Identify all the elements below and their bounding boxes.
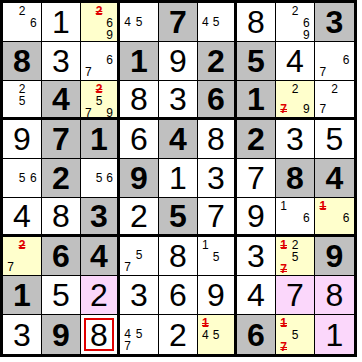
cell-value: 3 [13, 319, 31, 351]
candidate-empty [301, 239, 312, 251]
candidate-empty [329, 95, 341, 103]
cell-r6c7[interactable]: 9 [237, 198, 276, 237]
cell-r4c7[interactable]: 2 [237, 120, 276, 159]
candidate-empty [221, 251, 232, 263]
candidate-empty [211, 28, 222, 39]
candidate-empty [317, 83, 329, 95]
cell-r4c8[interactable]: 3 [276, 120, 315, 159]
cell-value: 8 [326, 279, 344, 311]
cell-r2c6[interactable]: 2 [198, 42, 237, 81]
cell-r9c1[interactable]: 3 [3, 315, 42, 354]
cell-value: 4 [13, 200, 31, 232]
candidate-empty [122, 239, 133, 249]
candidate-grid: 457 [120, 315, 158, 354]
candidate-empty [145, 328, 156, 340]
candidate-empty [28, 251, 39, 261]
cell-r9c3[interactable]: 8 [81, 315, 120, 354]
cell-r7c3[interactable]: 4 [81, 237, 120, 276]
cell-r8c4[interactable]: 3 [120, 276, 159, 315]
candidate-empty [28, 95, 39, 107]
candidate-empty [340, 83, 352, 95]
candidate-6: 6 [340, 212, 352, 224]
cell-r2c4[interactable]: 1 [120, 42, 159, 81]
candidate-empty [133, 340, 144, 352]
cell-r5c1[interactable]: 56 [3, 159, 42, 198]
cell-value: 2 [90, 279, 108, 311]
cell-value: 5 [52, 279, 70, 311]
cell-r2c7[interactable]: 5 [237, 42, 276, 81]
candidate-6: 6 [28, 17, 39, 29]
cell-r5c2[interactable]: 2 [42, 159, 81, 198]
candidate-empty [278, 224, 289, 232]
candidate-grid: 2579 [81, 81, 117, 117]
candidate-7: 7 [122, 261, 133, 273]
cell-value: 6 [130, 123, 148, 155]
cell-value: 8 [52, 200, 70, 232]
cell-r4c2[interactable]: 7 [42, 120, 81, 159]
candidate-grid: 25 [3, 81, 41, 117]
candidate-empty [301, 83, 312, 95]
cell-value: 6 [52, 240, 70, 272]
cell-value: 6 [169, 279, 187, 311]
cell-value: 4 [52, 83, 70, 115]
cell-value: 3 [247, 240, 265, 272]
cell-r5c9[interactable]: 4 [315, 159, 354, 198]
cell-value: 6 [247, 319, 265, 351]
cell-r7c7[interactable]: 3 [237, 237, 276, 276]
cell-value: 2 [130, 200, 148, 232]
cell-r9c6[interactable]: 145 [198, 315, 237, 354]
cell-r2c8[interactable]: 4 [276, 42, 315, 81]
cell-r5c5[interactable]: 1 [159, 159, 198, 198]
candidate-empty [301, 341, 312, 353]
cell-r7c2[interactable]: 6 [42, 237, 81, 276]
cell-r6c1[interactable]: 4 [3, 198, 42, 237]
candidate-grid: 67 [315, 42, 354, 80]
candidate-grid: 57 [120, 237, 158, 275]
candidate-7: 7 [317, 66, 329, 78]
candidate-5: 5 [133, 328, 144, 340]
cell-value: 3 [326, 6, 344, 38]
candidate-empty [94, 54, 105, 66]
candidate-grid: 27 [315, 81, 354, 117]
candidate-4: 4 [200, 16, 211, 28]
cell-value: 9 [326, 240, 344, 272]
cell-value: 8 [90, 319, 108, 351]
candidate-empty [340, 224, 352, 232]
eliminated-candidate-1: 1 [317, 200, 329, 212]
candidate-grid: 15 [198, 237, 234, 275]
candidate-empty [289, 341, 300, 353]
cell-r1c6[interactable]: 45 [198, 3, 237, 42]
cell-value: 4 [169, 123, 187, 155]
candidate-6: 6 [340, 54, 352, 66]
cell-value: 2 [52, 162, 70, 194]
candidate-2: 2 [329, 83, 341, 95]
cell-value: 3 [286, 123, 304, 155]
candidate-empty [104, 83, 115, 95]
candidate-empty [221, 28, 232, 39]
cell-value: 8 [207, 123, 225, 155]
cell-value: 3 [90, 200, 108, 232]
candidate-empty [16, 107, 27, 115]
cell-value: 6 [207, 83, 225, 115]
candidate-empty [104, 184, 115, 195]
candidate-empty [278, 212, 289, 224]
cell-r1c4[interactable]: 45 [120, 3, 159, 42]
cell-r7c8[interactable]: 1257 [276, 237, 315, 276]
eliminated-candidate-1: 1 [278, 317, 289, 329]
candidate-empty [200, 341, 211, 352]
cell-value: 8 [13, 45, 31, 77]
cell-value: 1 [90, 123, 108, 155]
eliminated-candidate-7: 7 [278, 341, 289, 353]
cell-r9c4[interactable]: 457 [120, 315, 159, 354]
cell-r1c5[interactable]: 7 [159, 3, 198, 42]
cell-r3c6[interactable]: 6 [198, 81, 237, 120]
candidate-empty [289, 17, 300, 29]
cell-r4c1[interactable]: 9 [3, 120, 42, 159]
cell-r8c3[interactable]: 2 [81, 276, 120, 315]
candidate-empty [83, 29, 94, 41]
candidate-4: 4 [200, 329, 211, 341]
candidate-2: 2 [289, 83, 300, 95]
candidate-4: 4 [122, 16, 133, 28]
cell-r6c9[interactable]: 16 [315, 198, 354, 237]
cell-value: 7 [286, 279, 304, 311]
candidate-empty [5, 239, 16, 251]
candidate-empty [200, 251, 211, 263]
cell-r6c2[interactable]: 8 [42, 198, 81, 237]
candidate-empty [83, 161, 94, 172]
candidate-5: 5 [94, 172, 105, 184]
cell-r4c4[interactable]: 6 [120, 120, 159, 159]
cell-r9c8[interactable]: 157 [276, 315, 315, 354]
candidate-7: 7 [5, 261, 16, 273]
cell-r6c3[interactable]: 3 [81, 198, 120, 237]
cell-r6c6[interactable]: 7 [198, 198, 237, 237]
candidate-grid: 145 [198, 315, 234, 354]
candidate-grid: 269 [81, 3, 117, 41]
candidate-empty [28, 83, 39, 95]
cell-r3c3[interactable]: 2579 [81, 81, 120, 120]
cell-value: 4 [247, 279, 265, 311]
candidate-empty [200, 28, 211, 39]
candidate-grid: 16 [315, 198, 354, 234]
candidate-grid: 1257 [276, 237, 314, 275]
cell-r7c6[interactable]: 15 [198, 237, 237, 276]
cell-value: 4 [286, 45, 304, 77]
cell-value: 1 [130, 45, 148, 77]
candidate-2: 2 [16, 5, 27, 17]
cell-value: 4 [90, 240, 108, 272]
cell-r7c5[interactable]: 8 [159, 237, 198, 276]
cell-r7c9[interactable]: 9 [315, 237, 354, 276]
candidate-grid: 279 [276, 81, 314, 117]
candidate-empty [83, 44, 94, 54]
candidate-grid: 16 [276, 198, 314, 234]
candidate-empty [289, 212, 300, 224]
candidate-empty [329, 103, 341, 115]
candidate-empty [83, 184, 94, 195]
candidate-grid: 45 [120, 3, 158, 41]
cell-r8c8[interactable]: 7 [276, 276, 315, 315]
cell-value: 8 [169, 240, 187, 272]
candidate-empty [145, 340, 156, 352]
cell-value: 1 [13, 279, 31, 311]
candidate-empty [5, 95, 16, 107]
candidate-empty [301, 251, 312, 263]
candidate-empty [16, 261, 27, 273]
candidate-empty [104, 66, 115, 78]
candidate-empty [221, 317, 232, 329]
cell-r5c6[interactable]: 3 [198, 159, 237, 198]
candidate-empty [133, 28, 144, 39]
cell-value: 8 [286, 162, 304, 194]
cell-value: 5 [247, 45, 265, 77]
cell-r8c2[interactable]: 5 [42, 276, 81, 315]
cell-r4c5[interactable]: 4 [159, 120, 198, 159]
candidate-5: 5 [289, 251, 300, 263]
cell-value: 2 [169, 319, 187, 351]
candidate-empty [221, 5, 232, 16]
candidate-empty [145, 5, 156, 16]
cell-r2c3[interactable]: 67 [81, 42, 120, 81]
candidate-empty [28, 107, 39, 115]
candidate-empty [28, 261, 39, 273]
cell-value: 9 [247, 200, 265, 232]
candidate-grid: 67 [81, 42, 117, 80]
candidate-empty [16, 29, 27, 39]
cell-r2c2[interactable]: 3 [42, 42, 81, 81]
candidate-empty [122, 28, 133, 39]
cell-value: 5 [169, 200, 187, 232]
cell-r5c4[interactable]: 9 [120, 159, 159, 198]
candidate-5: 5 [133, 249, 144, 261]
cell-r3c1[interactable]: 25 [3, 81, 42, 120]
cell-value: 1 [52, 6, 70, 38]
candidate-empty [317, 212, 329, 224]
candidate-5: 5 [133, 16, 144, 28]
candidate-empty [329, 44, 341, 54]
cell-r3c4[interactable]: 8 [120, 81, 159, 120]
cell-r3c5[interactable]: 3 [159, 81, 198, 120]
cell-r1c8[interactable]: 269 [276, 3, 315, 42]
candidate-empty [329, 224, 341, 232]
cell-r5c8[interactable]: 8 [276, 159, 315, 198]
candidate-empty [221, 16, 232, 28]
candidate-empty [145, 317, 156, 328]
candidate-9: 9 [104, 29, 115, 41]
candidate-empty [329, 200, 341, 212]
candidate-5: 5 [211, 329, 222, 341]
eliminated-candidate-7: 7 [278, 103, 289, 115]
candidate-empty [278, 29, 289, 41]
candidate-empty [94, 29, 105, 41]
candidate-grid: 56 [3, 159, 41, 197]
cell-r8c7[interactable]: 4 [237, 276, 276, 315]
cell-value: 7 [247, 162, 265, 194]
candidate-grid: 157 [276, 315, 314, 354]
cell-value: 9 [52, 319, 70, 351]
candidate-empty [278, 83, 289, 95]
cell-r4c6[interactable]: 8 [198, 120, 237, 159]
eliminated-candidate-2: 2 [94, 5, 105, 17]
candidate-empty [289, 103, 300, 115]
candidate-5: 5 [289, 329, 300, 341]
cell-r1c2[interactable]: 1 [42, 3, 81, 42]
candidate-grid: 45 [198, 3, 234, 41]
cell-r1c9[interactable]: 3 [315, 3, 354, 42]
cell-value: 3 [52, 45, 70, 77]
candidate-grid: 56 [81, 159, 117, 197]
cell-r2c5[interactable]: 9 [159, 42, 198, 81]
candidate-empty [94, 107, 105, 119]
candidate-grid: 269 [276, 3, 314, 41]
candidate-7: 7 [83, 107, 94, 119]
candidate-empty [16, 17, 27, 29]
eliminated-candidate-2: 2 [16, 239, 27, 251]
candidate-empty [5, 5, 16, 17]
candidate-empty [83, 172, 94, 184]
cell-r4c3[interactable]: 1 [81, 120, 120, 159]
candidate-empty [145, 261, 156, 273]
candidate-empty [340, 95, 352, 103]
candidate-empty [221, 341, 232, 352]
candidate-empty [28, 239, 39, 251]
cell-r7c4[interactable]: 57 [120, 237, 159, 276]
candidate-grid: 27 [3, 237, 41, 275]
candidate-6: 6 [301, 212, 312, 224]
cell-value: 3 [169, 83, 187, 115]
candidate-empty [221, 263, 232, 273]
candidate-empty [221, 239, 232, 251]
candidate-empty [145, 249, 156, 261]
candidate-empty [94, 66, 105, 78]
cell-r8c9[interactable]: 8 [315, 276, 354, 315]
candidate-empty [5, 107, 16, 115]
candidate-7: 7 [83, 66, 94, 78]
candidate-empty [5, 161, 16, 172]
cell-value: 2 [207, 45, 225, 77]
candidate-empty [145, 28, 156, 39]
candidate-empty [211, 341, 222, 352]
cell-value: 7 [207, 200, 225, 232]
cell-r9c5[interactable]: 2 [159, 315, 198, 354]
candidate-empty [340, 103, 352, 115]
candidate-7: 7 [317, 103, 329, 115]
cell-r3c7[interactable]: 1 [237, 81, 276, 120]
eliminated-candidate-7: 7 [278, 263, 289, 275]
cell-r8c6[interactable]: 9 [198, 276, 237, 315]
cell-value: 1 [326, 319, 344, 351]
cell-r4c9[interactable]: 5 [315, 120, 354, 159]
candidate-empty [301, 317, 312, 329]
candidate-empty [28, 29, 39, 39]
cell-r7c1[interactable]: 27 [3, 237, 42, 276]
candidate-empty [5, 172, 16, 184]
candidate-9: 9 [104, 107, 115, 119]
candidate-empty [301, 329, 312, 341]
candidate-empty [16, 251, 27, 261]
candidate-empty [278, 17, 289, 29]
candidate-empty [317, 224, 329, 232]
cell-value: 9 [207, 279, 225, 311]
cell-r1c7[interactable]: 8 [237, 3, 276, 42]
cell-r9c7[interactable]: 6 [237, 315, 276, 354]
candidate-empty [145, 16, 156, 28]
candidate-empty [28, 184, 39, 195]
cell-r9c9[interactable]: 1 [315, 315, 354, 354]
cell-value: 1 [247, 83, 265, 115]
candidate-1: 1 [278, 200, 289, 212]
cell-r9c2[interactable]: 9 [42, 315, 81, 354]
candidate-empty [289, 200, 300, 212]
candidate-empty [289, 95, 300, 103]
eliminated-candidate-1: 1 [278, 239, 289, 251]
candidate-empty [94, 44, 105, 54]
cell-r6c4[interactable]: 2 [120, 198, 159, 237]
candidate-6: 6 [104, 54, 115, 66]
candidate-empty [200, 263, 211, 273]
cell-r1c1[interactable]: 26 [3, 3, 42, 42]
cell-value: 5 [326, 123, 344, 155]
cell-r8c5[interactable]: 6 [159, 276, 198, 315]
candidate-empty [301, 263, 312, 275]
candidate-empty [83, 83, 94, 95]
candidate-6: 6 [104, 172, 115, 184]
candidate-6: 6 [28, 172, 39, 184]
candidate-5: 5 [211, 251, 222, 263]
cell-r3c2[interactable]: 4 [42, 81, 81, 120]
cell-r6c5[interactable]: 5 [159, 198, 198, 237]
candidate-empty [289, 29, 300, 41]
candidate-empty [278, 5, 289, 17]
candidate-empty [221, 329, 232, 341]
candidate-5: 5 [211, 16, 222, 28]
candidate-empty [329, 212, 341, 224]
candidate-empty [289, 224, 300, 232]
cell-r2c1[interactable]: 8 [3, 42, 42, 81]
candidate-empty [301, 224, 312, 232]
candidate-empty [317, 44, 329, 54]
cell-r5c3[interactable]: 56 [81, 159, 120, 198]
cell-value: 7 [52, 123, 70, 155]
candidate-empty [94, 184, 105, 195]
candidate-2: 2 [289, 5, 300, 17]
cell-r1c3[interactable]: 269 [81, 3, 120, 42]
candidate-empty [83, 5, 94, 17]
cell-value: 9 [169, 45, 187, 77]
cell-value: 2 [247, 123, 265, 155]
candidate-empty [5, 83, 16, 95]
candidate-empty [5, 17, 16, 29]
candidate-empty [94, 17, 105, 29]
cell-r6c8[interactable]: 16 [276, 198, 315, 237]
cell-r5c7[interactable]: 7 [237, 159, 276, 198]
candidate-empty [5, 29, 16, 39]
cell-r2c9[interactable]: 67 [315, 42, 354, 81]
candidate-grid: 26 [3, 3, 41, 41]
cell-r3c8[interactable]: 279 [276, 81, 315, 120]
cell-r3c9[interactable]: 27 [315, 81, 354, 120]
candidate-5: 5 [16, 172, 27, 184]
cell-value: 3 [207, 162, 225, 194]
candidate-empty [145, 239, 156, 249]
cell-value: 3 [130, 279, 148, 311]
cell-r8c1[interactable]: 1 [3, 276, 42, 315]
candidate-empty [329, 66, 341, 78]
